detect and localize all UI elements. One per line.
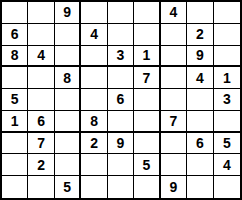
cell-r8c4[interactable]	[81, 154, 107, 176]
cell-r4c7[interactable]	[161, 67, 187, 89]
cell-r7c6[interactable]	[134, 133, 160, 155]
cell-r1c9[interactable]	[214, 2, 240, 24]
cell-r5c1[interactable]: 5	[2, 89, 28, 111]
cell-r6c2[interactable]: 6	[28, 111, 54, 133]
cell-r7c9[interactable]: 5	[214, 133, 240, 155]
cell-r7c3[interactable]	[55, 133, 81, 155]
cell-r1c2[interactable]	[28, 2, 54, 24]
cell-r1c7[interactable]: 4	[161, 2, 187, 24]
cell-r1c8[interactable]	[187, 2, 213, 24]
cell-r3c7[interactable]	[161, 46, 187, 68]
sudoku-board: 9464284319874156316877296525459	[0, 0, 242, 200]
cell-r9c2[interactable]	[28, 176, 54, 198]
cell-r3c8[interactable]: 9	[187, 46, 213, 68]
cell-r6c6[interactable]	[134, 111, 160, 133]
cell-r4c1[interactable]	[2, 67, 28, 89]
cell-r7c4[interactable]: 2	[81, 133, 107, 155]
cell-r6c9[interactable]	[214, 111, 240, 133]
cell-r2c3[interactable]	[55, 24, 81, 46]
cell-r4c6[interactable]: 7	[134, 67, 160, 89]
cell-r8c7[interactable]	[161, 154, 187, 176]
cell-r5c8[interactable]	[187, 89, 213, 111]
cell-r1c1[interactable]	[2, 2, 28, 24]
cell-r5c5[interactable]: 6	[108, 89, 134, 111]
cell-r2c8[interactable]: 2	[187, 24, 213, 46]
cell-r2c6[interactable]	[134, 24, 160, 46]
cell-r3c9[interactable]	[214, 46, 240, 68]
cell-r1c6[interactable]	[134, 2, 160, 24]
cell-r2c2[interactable]	[28, 24, 54, 46]
cell-r9c5[interactable]	[108, 176, 134, 198]
cell-r8c8[interactable]	[187, 154, 213, 176]
cell-r3c3[interactable]	[55, 46, 81, 68]
cell-r8c6[interactable]: 5	[134, 154, 160, 176]
cell-r6c8[interactable]	[187, 111, 213, 133]
cell-r2c7[interactable]	[161, 24, 187, 46]
cell-r7c2[interactable]: 7	[28, 133, 54, 155]
cell-r9c7[interactable]: 9	[161, 176, 187, 198]
cell-r6c4[interactable]: 8	[81, 111, 107, 133]
cell-r8c5[interactable]	[108, 154, 134, 176]
cell-r8c3[interactable]	[55, 154, 81, 176]
cell-r9c8[interactable]	[187, 176, 213, 198]
cell-r7c1[interactable]	[2, 133, 28, 155]
cell-r3c4[interactable]	[81, 46, 107, 68]
cell-r2c5[interactable]	[108, 24, 134, 46]
cell-r6c3[interactable]	[55, 111, 81, 133]
cell-r3c1[interactable]: 8	[2, 46, 28, 68]
cell-r3c5[interactable]: 3	[108, 46, 134, 68]
cell-r5c7[interactable]	[161, 89, 187, 111]
cell-r9c1[interactable]	[2, 176, 28, 198]
cell-r4c4[interactable]	[81, 67, 107, 89]
cell-r2c9[interactable]	[214, 24, 240, 46]
cell-r1c3[interactable]: 9	[55, 2, 81, 24]
cell-r9c4[interactable]	[81, 176, 107, 198]
cell-r7c5[interactable]: 9	[108, 133, 134, 155]
cell-r7c7[interactable]	[161, 133, 187, 155]
cell-r9c3[interactable]: 5	[55, 176, 81, 198]
cell-r1c5[interactable]	[108, 2, 134, 24]
cell-r4c8[interactable]: 4	[187, 67, 213, 89]
cell-r6c1[interactable]: 1	[2, 111, 28, 133]
cell-r5c2[interactable]	[28, 89, 54, 111]
cell-r4c3[interactable]: 8	[55, 67, 81, 89]
cell-r2c1[interactable]: 6	[2, 24, 28, 46]
cell-r5c3[interactable]	[55, 89, 81, 111]
cell-r3c2[interactable]: 4	[28, 46, 54, 68]
cell-r4c5[interactable]	[108, 67, 134, 89]
cell-r1c4[interactable]	[81, 2, 107, 24]
cell-r6c7[interactable]: 7	[161, 111, 187, 133]
cell-r2c4[interactable]: 4	[81, 24, 107, 46]
cell-r5c9[interactable]: 3	[214, 89, 240, 111]
cell-r9c6[interactable]	[134, 176, 160, 198]
cell-r6c5[interactable]	[108, 111, 134, 133]
cell-r5c6[interactable]	[134, 89, 160, 111]
cell-r4c9[interactable]: 1	[214, 67, 240, 89]
cell-r7c8[interactable]: 6	[187, 133, 213, 155]
cell-r8c1[interactable]	[2, 154, 28, 176]
cell-r8c2[interactable]: 2	[28, 154, 54, 176]
cell-r9c9[interactable]	[214, 176, 240, 198]
cell-r5c4[interactable]	[81, 89, 107, 111]
cell-r8c9[interactable]: 4	[214, 154, 240, 176]
cell-r3c6[interactable]: 1	[134, 46, 160, 68]
cell-r4c2[interactable]	[28, 67, 54, 89]
